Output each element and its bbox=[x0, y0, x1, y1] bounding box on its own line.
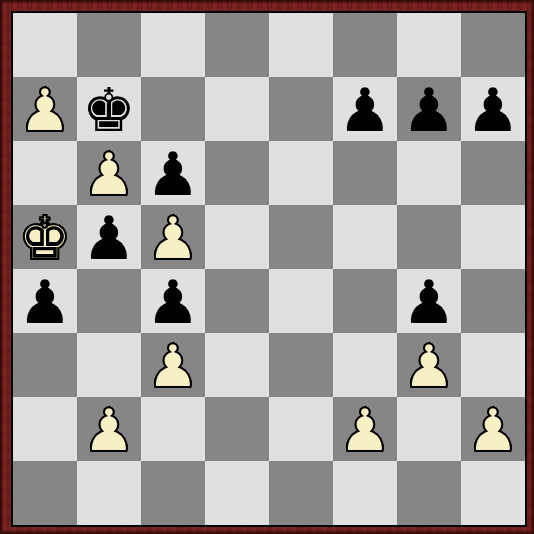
square-h5[interactable] bbox=[461, 205, 525, 269]
black-pawn-c4[interactable]: ♟ bbox=[146, 270, 200, 333]
square-d5[interactable] bbox=[205, 205, 269, 269]
square-e7[interactable] bbox=[269, 77, 333, 141]
square-g2[interactable] bbox=[397, 397, 461, 461]
square-f1[interactable] bbox=[333, 461, 397, 525]
white-pawn-b6[interactable]: ♟ bbox=[82, 142, 136, 205]
black-pawn-b5[interactable]: ♟ bbox=[82, 206, 136, 269]
square-e5[interactable] bbox=[269, 205, 333, 269]
square-a3[interactable] bbox=[13, 333, 77, 397]
square-e4[interactable] bbox=[269, 269, 333, 333]
square-e3[interactable] bbox=[269, 333, 333, 397]
square-d3[interactable] bbox=[205, 333, 269, 397]
white-pawn-c5[interactable]: ♟ bbox=[146, 206, 200, 269]
square-c8[interactable] bbox=[141, 13, 205, 77]
black-pawn-a4[interactable]: ♟ bbox=[18, 270, 72, 333]
square-b7[interactable]: ♚ bbox=[77, 77, 141, 141]
square-c2[interactable] bbox=[141, 397, 205, 461]
white-king-a5[interactable]: ♚ bbox=[18, 206, 72, 269]
white-pawn-h2[interactable]: ♟ bbox=[466, 398, 520, 461]
square-d4[interactable] bbox=[205, 269, 269, 333]
square-g4[interactable]: ♟ bbox=[397, 269, 461, 333]
square-d2[interactable] bbox=[205, 397, 269, 461]
square-c6[interactable]: ♟ bbox=[141, 141, 205, 205]
square-b4[interactable] bbox=[77, 269, 141, 333]
square-b5[interactable]: ♟ bbox=[77, 205, 141, 269]
square-f3[interactable] bbox=[333, 333, 397, 397]
white-pawn-c3[interactable]: ♟ bbox=[146, 334, 200, 397]
black-pawn-c6[interactable]: ♟ bbox=[146, 142, 200, 205]
square-a1[interactable] bbox=[13, 461, 77, 525]
square-h6[interactable] bbox=[461, 141, 525, 205]
square-g8[interactable] bbox=[397, 13, 461, 77]
square-h3[interactable] bbox=[461, 333, 525, 397]
square-f5[interactable] bbox=[333, 205, 397, 269]
black-pawn-g4[interactable]: ♟ bbox=[402, 270, 456, 333]
square-g5[interactable] bbox=[397, 205, 461, 269]
square-a2[interactable] bbox=[13, 397, 77, 461]
square-c3[interactable]: ♟ bbox=[141, 333, 205, 397]
square-h8[interactable] bbox=[461, 13, 525, 77]
square-h2[interactable]: ♟ bbox=[461, 397, 525, 461]
square-c7[interactable] bbox=[141, 77, 205, 141]
square-e6[interactable] bbox=[269, 141, 333, 205]
square-b2[interactable]: ♟ bbox=[77, 397, 141, 461]
square-a4[interactable]: ♟ bbox=[13, 269, 77, 333]
black-king-b7[interactable]: ♚ bbox=[82, 78, 136, 141]
square-f7[interactable]: ♟ bbox=[333, 77, 397, 141]
square-e1[interactable] bbox=[269, 461, 333, 525]
square-h7[interactable]: ♟ bbox=[461, 77, 525, 141]
white-pawn-f2[interactable]: ♟ bbox=[338, 398, 392, 461]
square-b1[interactable] bbox=[77, 461, 141, 525]
black-pawn-g7[interactable]: ♟ bbox=[402, 78, 456, 141]
square-d7[interactable] bbox=[205, 77, 269, 141]
white-pawn-g3[interactable]: ♟ bbox=[402, 334, 456, 397]
square-g7[interactable]: ♟ bbox=[397, 77, 461, 141]
square-g3[interactable]: ♟ bbox=[397, 333, 461, 397]
board-frame: ♟♚♟♟♟♟♟♚♟♟♟♟♟♟♟♟♟♟ bbox=[0, 0, 534, 534]
square-a7[interactable]: ♟ bbox=[13, 77, 77, 141]
square-d1[interactable] bbox=[205, 461, 269, 525]
square-h1[interactable] bbox=[461, 461, 525, 525]
black-pawn-f7[interactable]: ♟ bbox=[338, 78, 392, 141]
square-a6[interactable] bbox=[13, 141, 77, 205]
white-pawn-b2[interactable]: ♟ bbox=[82, 398, 136, 461]
square-h4[interactable] bbox=[461, 269, 525, 333]
board: ♟♚♟♟♟♟♟♚♟♟♟♟♟♟♟♟♟♟ bbox=[11, 11, 527, 527]
square-a5[interactable]: ♚ bbox=[13, 205, 77, 269]
square-f8[interactable] bbox=[333, 13, 397, 77]
square-c5[interactable]: ♟ bbox=[141, 205, 205, 269]
square-d6[interactable] bbox=[205, 141, 269, 205]
square-g1[interactable] bbox=[397, 461, 461, 525]
square-f2[interactable]: ♟ bbox=[333, 397, 397, 461]
square-c4[interactable]: ♟ bbox=[141, 269, 205, 333]
square-a8[interactable] bbox=[13, 13, 77, 77]
square-e2[interactable] bbox=[269, 397, 333, 461]
square-f6[interactable] bbox=[333, 141, 397, 205]
square-c1[interactable] bbox=[141, 461, 205, 525]
white-pawn-a7[interactable]: ♟ bbox=[18, 78, 72, 141]
square-g6[interactable] bbox=[397, 141, 461, 205]
black-pawn-h7[interactable]: ♟ bbox=[466, 78, 520, 141]
square-d8[interactable] bbox=[205, 13, 269, 77]
square-f4[interactable] bbox=[333, 269, 397, 333]
square-b8[interactable] bbox=[77, 13, 141, 77]
square-b6[interactable]: ♟ bbox=[77, 141, 141, 205]
square-e8[interactable] bbox=[269, 13, 333, 77]
square-b3[interactable] bbox=[77, 333, 141, 397]
